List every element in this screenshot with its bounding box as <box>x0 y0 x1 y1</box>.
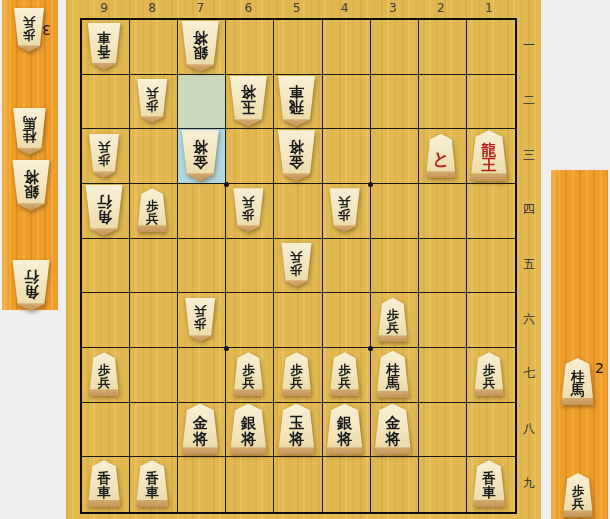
piece-kanji: 歩兵 <box>338 359 351 390</box>
piece-gold-gote[interactable]: 金将 <box>276 130 318 181</box>
square-4-1[interactable] <box>323 20 371 75</box>
square-8-8[interactable] <box>130 403 178 458</box>
rank-label-7: 七 <box>518 365 540 382</box>
piece-pawn-sente[interactable]: 歩兵 <box>376 298 410 342</box>
piece-face: 角行 <box>10 260 52 311</box>
square-4-2[interactable] <box>323 75 371 130</box>
piece-kanji: 歩兵 <box>483 359 496 390</box>
square-2-2[interactable] <box>419 75 467 130</box>
file-label-6: 6 <box>224 1 272 16</box>
piece-face: 玉将 <box>227 76 269 127</box>
piece-kanji: 金将 <box>289 138 304 174</box>
piece-face: と <box>424 134 458 178</box>
square-4-9[interactable] <box>323 457 371 512</box>
square-9-2[interactable] <box>82 75 130 130</box>
star-point <box>368 182 373 187</box>
rank-label-2: 二 <box>518 92 540 109</box>
piece-bishop-gote[interactable]: 角行 <box>83 185 125 236</box>
piece-kanji: 金将 <box>385 411 400 447</box>
piece-kanji: 金将 <box>193 138 208 174</box>
piece-pawn-sente[interactable]: 歩兵 <box>231 352 265 396</box>
square-7-2[interactable] <box>178 75 226 130</box>
piece-tokin-sente[interactable]: と <box>424 134 458 178</box>
file-label-9: 9 <box>80 1 128 16</box>
square-7-5[interactable] <box>178 239 226 294</box>
square-5-6[interactable] <box>274 293 322 348</box>
piece-face: 歩兵 <box>231 352 265 396</box>
piece-knight-gote[interactable]: 桂馬 <box>11 108 48 155</box>
piece-gold-sente[interactable]: 金将 <box>179 404 221 455</box>
file-label-5: 5 <box>272 1 320 16</box>
square-6-6[interactable] <box>226 293 274 348</box>
piece-kanji: 銀将 <box>337 411 352 447</box>
piece-face: 歩兵 <box>12 8 46 52</box>
square-9-5[interactable] <box>82 239 130 294</box>
piece-kanji: 香車 <box>145 467 159 500</box>
gote-hand-tray: 歩兵3桂馬銀将角行 <box>2 0 58 310</box>
piece-gold-gote[interactable]: 金将 <box>179 130 221 181</box>
piece-face: 歩兵 <box>280 243 314 287</box>
piece-kanji: 銀将 <box>241 411 256 447</box>
square-8-7[interactable] <box>130 348 178 403</box>
square-8-6[interactable] <box>130 293 178 348</box>
square-3-4[interactable] <box>371 184 419 239</box>
piece-pawn-sente[interactable]: 歩兵 <box>87 352 121 396</box>
square-1-6[interactable] <box>467 293 515 348</box>
square-4-6[interactable] <box>323 293 371 348</box>
star-point <box>368 346 373 351</box>
square-2-9[interactable] <box>419 457 467 512</box>
piece-face: 金将 <box>276 130 318 181</box>
square-6-9[interactable] <box>226 457 274 512</box>
square-3-1[interactable] <box>371 20 419 75</box>
hand-count-pawn: 3 <box>42 22 51 38</box>
piece-silver-gote[interactable]: 銀将 <box>10 160 52 211</box>
piece-face: 金将 <box>179 130 221 181</box>
piece-kanji: 歩兵 <box>98 140 111 171</box>
piece-kanji: 銀将 <box>24 168 39 204</box>
piece-lance-sente[interactable]: 香車 <box>134 460 171 507</box>
square-7-7[interactable] <box>178 348 226 403</box>
rank-label-6: 六 <box>518 311 540 328</box>
square-5-9[interactable] <box>274 457 322 512</box>
piece-pawn-gote[interactable]: 歩兵 <box>328 188 362 232</box>
piece-face: 金将 <box>372 404 414 455</box>
star-point <box>224 346 229 351</box>
piece-face: 歩兵 <box>376 298 410 342</box>
piece-face: 歩兵 <box>135 188 169 232</box>
piece-face: 玉将 <box>276 404 318 455</box>
file-label-7: 7 <box>176 1 224 16</box>
piece-silver-gote[interactable]: 銀将 <box>179 21 221 72</box>
piece-kanji: 歩兵 <box>23 15 36 46</box>
piece-knight-sente[interactable]: 桂馬 <box>559 358 596 405</box>
square-7-4[interactable] <box>178 184 226 239</box>
piece-face: 香車 <box>86 23 123 70</box>
square-5-4[interactable] <box>274 184 322 239</box>
piece-face: 歩兵 <box>183 298 217 342</box>
square-6-1[interactable] <box>226 20 274 75</box>
piece-pawn-sente[interactable]: 歩兵 <box>280 352 314 396</box>
piece-face: 歩兵 <box>472 352 506 396</box>
piece-pawn-gote[interactable]: 歩兵 <box>280 243 314 287</box>
piece-rook-gote[interactable]: 飛車 <box>276 76 318 127</box>
piece-face: 桂馬 <box>11 108 48 155</box>
square-4-5[interactable] <box>323 239 371 294</box>
piece-face: 桂馬 <box>374 351 411 398</box>
square-3-5[interactable] <box>371 239 419 294</box>
piece-silver-sente[interactable]: 銀将 <box>324 404 366 455</box>
piece-kanji: 歩兵 <box>194 304 207 335</box>
square-2-1[interactable] <box>419 20 467 75</box>
rank-label-3: 三 <box>518 147 540 164</box>
piece-kanji: 龍王 <box>481 138 496 174</box>
piece-knight-sente[interactable]: 桂馬 <box>374 351 411 398</box>
square-2-8[interactable] <box>419 403 467 458</box>
piece-face: 龍王 <box>468 130 510 181</box>
piece-silver-sente[interactable]: 銀将 <box>227 404 269 455</box>
piece-pawn-sente[interactable]: 歩兵 <box>472 352 506 396</box>
piece-face: 銀将 <box>227 404 269 455</box>
piece-kanji: 桂馬 <box>386 358 400 391</box>
star-point <box>224 182 229 187</box>
piece-kanji: 歩兵 <box>146 195 159 226</box>
piece-lance-sente[interactable]: 香車 <box>86 460 123 507</box>
square-2-6[interactable] <box>419 293 467 348</box>
rank-label-4: 四 <box>518 201 540 218</box>
piece-face: 銀将 <box>10 160 52 211</box>
piece-kanji: 歩兵 <box>290 359 303 390</box>
piece-gold-sente[interactable]: 金将 <box>372 404 414 455</box>
piece-bishop-gote[interactable]: 角行 <box>10 260 52 311</box>
square-4-3[interactable] <box>323 129 371 184</box>
rank-label-9: 九 <box>518 475 540 492</box>
piece-face: 歩兵 <box>87 352 121 396</box>
piece-kanji: 角行 <box>24 268 39 304</box>
shogi-app: 歩兵3桂馬銀将角行 987654321一二三四五六七八九香車銀将歩兵玉将飛車歩兵… <box>0 0 610 519</box>
piece-pawn-sente[interactable]: 歩兵 <box>135 188 169 232</box>
piece-kanji: 桂馬 <box>571 365 585 398</box>
square-5-1[interactable] <box>274 20 322 75</box>
piece-lance-sente[interactable]: 香車 <box>470 460 507 507</box>
piece-pawn-gote[interactable]: 歩兵 <box>12 8 46 52</box>
piece-face: 銀将 <box>324 404 366 455</box>
file-label-3: 3 <box>369 1 417 16</box>
piece-kanji: 銀将 <box>193 29 208 65</box>
piece-king-gote[interactable]: 玉将 <box>227 76 269 127</box>
piece-pawn-gote[interactable]: 歩兵 <box>231 188 265 232</box>
piece-kanji: 金将 <box>193 411 208 447</box>
piece-face: 歩兵 <box>328 352 362 396</box>
piece-kanji: 歩兵 <box>242 359 255 390</box>
piece-kanji: 角行 <box>97 193 112 229</box>
piece-kanji: 玉将 <box>289 411 304 447</box>
piece-kanji: 香車 <box>97 30 111 63</box>
square-1-4[interactable] <box>467 184 515 239</box>
file-label-8: 8 <box>128 1 176 16</box>
piece-lance-gote[interactable]: 香車 <box>86 23 123 70</box>
square-6-5[interactable] <box>226 239 274 294</box>
piece-face: 銀将 <box>179 21 221 72</box>
piece-kanji: 桂馬 <box>23 115 37 148</box>
rank-label-5: 五 <box>518 256 540 273</box>
piece-face: 桂馬 <box>559 358 596 405</box>
piece-face: 香車 <box>470 460 507 507</box>
piece-kanji: 歩兵 <box>242 195 255 226</box>
piece-face: 歩兵 <box>280 352 314 396</box>
square-2-4[interactable] <box>419 184 467 239</box>
piece-pawn-sente[interactable]: 歩兵 <box>561 473 595 517</box>
piece-kanji: 歩兵 <box>146 86 159 117</box>
piece-face: 金将 <box>179 404 221 455</box>
square-8-5[interactable] <box>130 239 178 294</box>
square-1-5[interactable] <box>467 239 515 294</box>
rank-label-1: 一 <box>518 37 540 54</box>
file-label-2: 2 <box>417 1 465 16</box>
piece-kanji: と <box>432 143 449 168</box>
square-9-6[interactable] <box>82 293 130 348</box>
file-label-1: 1 <box>465 1 513 16</box>
piece-kanji: 玉将 <box>241 83 256 119</box>
piece-king-sente[interactable]: 玉将 <box>276 404 318 455</box>
sente-hand-tray: 桂馬2歩兵 <box>551 170 608 519</box>
piece-kanji: 歩兵 <box>290 250 303 281</box>
square-7-9[interactable] <box>178 457 226 512</box>
piece-face: 歩兵 <box>328 188 362 232</box>
piece-face: 香車 <box>134 460 171 507</box>
square-1-1[interactable] <box>467 20 515 75</box>
piece-kanji: 歩兵 <box>386 304 399 335</box>
piece-face: 歩兵 <box>231 188 265 232</box>
piece-face: 香車 <box>86 460 123 507</box>
square-3-2[interactable] <box>371 75 419 130</box>
shogi-board-slab: 987654321一二三四五六七八九香車銀将歩兵玉将飛車歩兵金将金将と龍王角行歩… <box>66 0 541 519</box>
piece-face: 歩兵 <box>135 79 169 123</box>
piece-dragon-sente[interactable]: 龍王 <box>468 130 510 181</box>
piece-kanji: 飛車 <box>289 83 304 119</box>
square-9-8[interactable] <box>82 403 130 458</box>
piece-face: 角行 <box>83 185 125 236</box>
square-2-7[interactable] <box>419 348 467 403</box>
file-label-4: 4 <box>321 1 369 16</box>
piece-pawn-sente[interactable]: 歩兵 <box>328 352 362 396</box>
square-1-2[interactable] <box>467 75 515 130</box>
piece-kanji: 歩兵 <box>572 480 585 511</box>
square-8-1[interactable] <box>130 20 178 75</box>
piece-pawn-gote[interactable]: 歩兵 <box>135 79 169 123</box>
hand-count-knight: 2 <box>595 360 604 376</box>
square-8-3[interactable] <box>130 129 178 184</box>
square-3-9[interactable] <box>371 457 419 512</box>
square-3-3[interactable] <box>371 129 419 184</box>
piece-pawn-gote[interactable]: 歩兵 <box>183 298 217 342</box>
piece-face: 歩兵 <box>561 473 595 517</box>
square-2-5[interactable] <box>419 239 467 294</box>
piece-kanji: 歩兵 <box>338 195 351 226</box>
piece-kanji: 香車 <box>97 467 111 500</box>
square-6-3[interactable] <box>226 129 274 184</box>
rank-label-8: 八 <box>518 420 540 437</box>
piece-kanji: 歩兵 <box>98 359 111 390</box>
piece-pawn-gote[interactable]: 歩兵 <box>87 134 121 178</box>
piece-face: 歩兵 <box>87 134 121 178</box>
square-1-8[interactable] <box>467 403 515 458</box>
piece-face: 飛車 <box>276 76 318 127</box>
piece-kanji: 香車 <box>482 467 496 500</box>
